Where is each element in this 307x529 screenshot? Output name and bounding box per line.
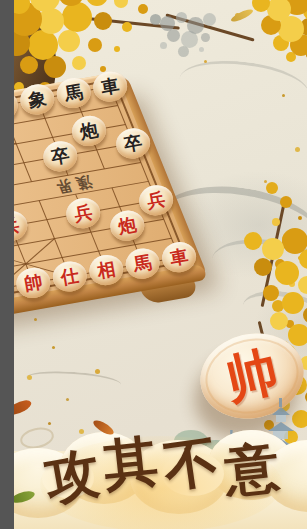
ink-squiggle: [25, 369, 121, 394]
xiangqi-piece-black[interactable]: 卒: [40, 139, 79, 174]
banner-char: 其: [99, 425, 160, 503]
xiangqi-piece-red[interactable]: 馬: [123, 246, 162, 281]
piece-glyph: 兵: [145, 190, 166, 211]
piece-glyph: 馬: [63, 83, 84, 104]
xiangqi-piece-red[interactable]: 帥: [14, 265, 53, 300]
xiangqi-piece-red[interactable]: 仕: [14, 272, 16, 307]
piece-glyph: 帥: [22, 272, 43, 293]
piece-glyph: 炮: [78, 120, 99, 141]
piece-layer: 車馬象士將士象馬車炮炮卒卒卒卒卒兵兵兵兵兵炮炮車馬相仕帥仕相馬車: [14, 72, 197, 323]
piece-glyph: 卒: [122, 133, 143, 154]
xiangqi-piece-black[interactable]: 馬: [54, 75, 93, 110]
xiangqi-piece-black[interactable]: 士: [14, 88, 20, 123]
xiangqi-piece-red[interactable]: 兵: [136, 183, 175, 218]
xiangqi-piece-red[interactable]: 仕: [50, 259, 89, 294]
gold-specks: [34, 318, 37, 321]
piece-glyph: 車: [99, 76, 120, 97]
piece-glyph: 象: [26, 89, 47, 110]
xiangqi-piece-red[interactable]: 相: [86, 252, 125, 287]
piece-glyph: 相: [95, 260, 116, 281]
slogan-banner: 攻其不意: [14, 420, 307, 508]
piece-glyph: 兵: [72, 203, 93, 224]
xiangqi-piece-red[interactable]: 兵: [14, 208, 30, 243]
piece-glyph: 兵: [14, 216, 21, 237]
xiangqi-piece-red[interactable]: 車: [159, 239, 198, 274]
piece-glyph: 仕: [59, 266, 80, 287]
tree-branch: [260, 199, 286, 307]
gold-foliage-bottom-right: [244, 232, 262, 250]
banner-char: 不: [158, 425, 222, 505]
xiangqi-piece-black[interactable]: 卒: [113, 126, 152, 161]
gold-specks: [204, 60, 207, 63]
banner-char: 意: [220, 431, 281, 509]
ink-mountain-stroke: [239, 285, 307, 340]
piece-glyph: 馬: [132, 253, 153, 274]
orange-leaf: [14, 396, 33, 418]
xiangqi-piece-black[interactable]: 車: [90, 69, 129, 104]
board-foot: [139, 278, 199, 304]
gold-foliage-top-left: [14, 0, 30, 14]
piece-glyph: 卒: [49, 146, 70, 167]
gold-foliage-top-right: [252, 0, 270, 12]
app-screen: 楚河 漢界 車馬象士將士象馬車炮炮卒卒卒卒卒兵兵兵兵兵炮炮車馬相仕帥仕相馬車 帅…: [14, 0, 307, 529]
xiangqi-piece-red[interactable]: 兵: [63, 195, 102, 230]
gold-foliage-right: [266, 182, 278, 194]
falling-gold-leaf: [229, 7, 253, 24]
tree-branch: [52, 13, 180, 29]
banner-char: 攻: [39, 436, 105, 517]
xiangqi-piece-red[interactable]: 炮: [108, 208, 147, 243]
ink-mountain-stroke: [204, 227, 307, 322]
ink-mountain-stroke: [176, 54, 307, 118]
xiangqi-piece-black[interactable]: 炮: [69, 113, 108, 148]
piece-glyph: 炮: [116, 215, 137, 236]
piece-glyph: 車: [168, 247, 189, 268]
xiangqi-board[interactable]: 楚河 漢界 車馬象士將士象馬車炮炮卒卒卒卒卒兵兵兵兵兵炮炮車馬相仕帥仕相馬車: [14, 72, 197, 323]
